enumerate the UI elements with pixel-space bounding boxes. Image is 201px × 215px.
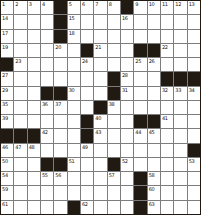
cell-r12c7[interactable]: [81, 158, 93, 171]
cell-r8c5[interactable]: 37: [54, 101, 66, 114]
cell-r4c5[interactable]: 20: [54, 44, 66, 57]
cell-r12c11[interactable]: [134, 158, 146, 171]
cell-r6c1[interactable]: 27: [1, 72, 13, 85]
cell-r4c2[interactable]: [14, 44, 26, 57]
black-cell-r6c9: [108, 72, 120, 85]
cell-r4c14[interactable]: [174, 44, 186, 57]
cell-r11c2[interactable]: 47: [14, 144, 26, 157]
cell-r13c8[interactable]: [94, 172, 106, 185]
cell-r5c14[interactable]: [174, 58, 186, 71]
cell-r1c4[interactable]: 4: [41, 1, 53, 14]
clue-number-11: 11: [162, 1, 168, 7]
clue-number-59: 59: [2, 186, 8, 192]
clue-number-60: 60: [149, 186, 155, 192]
clue-number-34: 34: [189, 87, 195, 93]
cell-r4c10[interactable]: [121, 44, 133, 57]
cell-r6c6[interactable]: [68, 72, 80, 85]
crossword-grid: 1234567891011121314151617181920212223242…: [0, 0, 201, 215]
clue-number-31: 31: [122, 87, 128, 93]
cell-r15c2[interactable]: [14, 201, 26, 214]
cell-r14c2[interactable]: [14, 186, 26, 199]
cell-r9c1[interactable]: 39: [1, 115, 13, 128]
cell-r3c13[interactable]: [161, 30, 173, 43]
cell-r2c3[interactable]: [28, 15, 40, 28]
cell-r3c1[interactable]: 17: [1, 30, 13, 43]
cell-r8c10[interactable]: [121, 101, 133, 114]
cell-r12c3[interactable]: [28, 158, 40, 171]
cell-r5c12[interactable]: 26: [148, 58, 160, 71]
clue-number-50: 50: [2, 158, 8, 164]
cell-r15c15[interactable]: [188, 201, 200, 214]
cell-r4c8[interactable]: 21: [94, 44, 106, 57]
cell-r7c1[interactable]: 29: [1, 87, 13, 100]
cell-r15c9[interactable]: [108, 201, 120, 214]
clue-number-41: 41: [162, 115, 168, 121]
cell-r13c3[interactable]: [28, 172, 40, 185]
cell-r9c14[interactable]: [174, 115, 186, 128]
cell-r1c13[interactable]: 11: [161, 1, 173, 14]
clue-number-20: 20: [55, 44, 61, 50]
cell-r15c3[interactable]: [28, 201, 40, 214]
cell-r3c14[interactable]: [174, 30, 186, 43]
cell-r15c1[interactable]: 61: [1, 201, 13, 214]
clue-number-46: 46: [2, 144, 8, 150]
cell-r11c3[interactable]: 48: [28, 144, 40, 157]
cell-r10c8[interactable]: 43: [94, 129, 106, 142]
cell-r1c7[interactable]: 6: [81, 1, 93, 14]
black-cell-r11c15: [188, 144, 200, 157]
black-cell-r4c7: [81, 44, 93, 57]
cell-r1c15[interactable]: 13: [188, 1, 200, 14]
cell-r1c12[interactable]: 10: [148, 1, 160, 14]
cell-r6c12[interactable]: [148, 72, 160, 85]
black-cell-r9c12: [148, 115, 160, 128]
black-cell-r10c1: [1, 129, 13, 142]
cell-r13c12[interactable]: 58: [148, 172, 160, 185]
cell-r14c4[interactable]: [41, 186, 53, 199]
clue-number-49: 49: [82, 144, 88, 150]
cell-r14c5[interactable]: [54, 186, 66, 199]
cell-r13c15[interactable]: [188, 172, 200, 185]
clue-number-45: 45: [149, 129, 155, 135]
cell-r2c7[interactable]: [81, 15, 93, 28]
cell-r5c6[interactable]: [68, 58, 80, 71]
cell-r4c13[interactable]: 22: [161, 44, 173, 57]
cell-r8c1[interactable]: 35: [1, 101, 13, 114]
clue-number-57: 57: [109, 172, 115, 178]
black-cell-r12c4: [41, 158, 53, 171]
cell-r7c12[interactable]: [148, 87, 160, 100]
cell-r5c4[interactable]: [41, 58, 53, 71]
cell-r5c8[interactable]: [94, 58, 106, 71]
cell-r5c11[interactable]: 25: [134, 58, 146, 71]
cell-r3c3[interactable]: [28, 30, 40, 43]
cell-r3c15[interactable]: [188, 30, 200, 43]
cell-r9c2[interactable]: [14, 115, 26, 128]
cell-r12c12[interactable]: [148, 158, 160, 171]
cell-r10c4[interactable]: 42: [41, 129, 53, 142]
clue-number-17: 17: [2, 30, 8, 36]
clue-number-47: 47: [15, 144, 21, 150]
cell-r2c8[interactable]: [94, 15, 106, 28]
cell-r5c7[interactable]: 24: [81, 58, 93, 71]
cell-r3c2[interactable]: [14, 30, 26, 43]
cell-r6c7[interactable]: [81, 72, 93, 85]
cell-r3c7[interactable]: [81, 30, 93, 43]
black-cell-r10c3: [28, 129, 40, 142]
cell-r12c1[interactable]: 50: [1, 158, 13, 171]
cell-r6c8[interactable]: [94, 72, 106, 85]
cell-r1c8[interactable]: 7: [94, 1, 106, 14]
clue-number-25: 25: [135, 58, 141, 64]
clue-number-29: 29: [2, 87, 8, 93]
cell-r10c14[interactable]: [174, 129, 186, 142]
clue-number-6: 6: [82, 1, 85, 7]
clue-number-16: 16: [122, 15, 128, 21]
cell-r11c10[interactable]: [121, 144, 133, 157]
cell-r9c6[interactable]: [68, 115, 80, 128]
cell-r10c10[interactable]: [121, 129, 133, 142]
cell-r15c12[interactable]: 63: [148, 201, 160, 214]
clue-number-26: 26: [149, 58, 155, 64]
cell-r10c5[interactable]: [54, 129, 66, 142]
clue-number-2: 2: [15, 1, 18, 7]
cell-r4c6[interactable]: [68, 44, 80, 57]
cell-r7c7[interactable]: [81, 87, 93, 100]
cell-r14c9[interactable]: [108, 186, 120, 199]
cell-r8c9[interactable]: 38: [108, 101, 120, 114]
black-cell-r12c9: [108, 158, 120, 171]
cell-r7c3[interactable]: [28, 87, 40, 100]
cell-r1c9[interactable]: 8: [108, 1, 120, 14]
cell-r8c7[interactable]: [81, 101, 93, 114]
black-cell-r9c11: [134, 115, 146, 128]
cell-r1c6[interactable]: 5: [68, 1, 80, 14]
cell-r3c12[interactable]: [148, 30, 160, 43]
cell-r8c13[interactable]: [161, 101, 173, 114]
cell-r1c1[interactable]: 1: [1, 1, 13, 14]
cell-r11c5[interactable]: [54, 144, 66, 157]
clue-number-12: 12: [175, 1, 181, 7]
cell-r5c5[interactable]: [54, 58, 66, 71]
cell-r8c4[interactable]: 36: [41, 101, 53, 114]
clue-number-48: 48: [29, 144, 35, 150]
cell-r2c10[interactable]: 16: [121, 15, 133, 28]
clue-number-3: 3: [29, 1, 32, 7]
clue-number-30: 30: [69, 87, 75, 93]
cell-r3c10[interactable]: [121, 30, 133, 43]
clue-number-53: 53: [189, 158, 195, 164]
clue-number-61: 61: [2, 201, 8, 207]
cell-r14c12[interactable]: 60: [148, 186, 160, 199]
cell-r14c1[interactable]: 59: [1, 186, 13, 199]
clue-number-23: 23: [15, 58, 21, 64]
cell-r10c15[interactable]: [188, 129, 200, 142]
black-cell-r7c9: [108, 87, 120, 100]
cell-r9c9[interactable]: [108, 115, 120, 128]
cell-r14c3[interactable]: [28, 186, 40, 199]
clue-number-10: 10: [149, 1, 155, 7]
cell-r9c10[interactable]: [121, 115, 133, 128]
cell-r14c15[interactable]: [188, 186, 200, 199]
cell-r14c7[interactable]: [81, 186, 93, 199]
clue-number-52: 52: [122, 158, 128, 164]
black-cell-r1c10: [121, 1, 133, 14]
cell-r13c2[interactable]: [14, 172, 26, 185]
cell-r11c4[interactable]: [41, 144, 53, 157]
clue-number-62: 62: [82, 201, 88, 207]
cell-r11c14[interactable]: [174, 144, 186, 157]
cell-r3c6[interactable]: 18: [68, 30, 80, 43]
cell-r4c9[interactable]: [108, 44, 120, 57]
cell-r9c8[interactable]: 40: [94, 115, 106, 128]
cell-r1c11[interactable]: 9: [134, 1, 146, 14]
cell-r12c10[interactable]: 52: [121, 158, 133, 171]
cell-r2c15[interactable]: [188, 15, 200, 28]
cell-r4c3[interactable]: [28, 44, 40, 57]
cell-r15c10[interactable]: [121, 201, 133, 214]
cell-r7c6[interactable]: 30: [68, 87, 80, 100]
clue-number-56: 56: [55, 172, 61, 178]
clue-number-35: 35: [2, 101, 8, 107]
cell-r14c13[interactable]: [161, 186, 173, 199]
cell-r5c15[interactable]: [188, 58, 200, 71]
clue-number-32: 32: [162, 87, 168, 93]
clue-number-58: 58: [149, 172, 155, 178]
cell-r4c15[interactable]: [188, 44, 200, 57]
clue-number-37: 37: [55, 101, 61, 107]
cell-r7c13[interactable]: 32: [161, 87, 173, 100]
cell-r14c14[interactable]: [174, 186, 186, 199]
cell-r11c1[interactable]: 46: [1, 144, 13, 157]
clue-number-19: 19: [2, 44, 8, 50]
cell-r13c4[interactable]: 55: [41, 172, 53, 185]
black-cell-r4c11: [134, 44, 146, 57]
cell-r9c5[interactable]: [54, 115, 66, 128]
cell-r8c3[interactable]: [28, 101, 40, 114]
black-cell-r6c13: [161, 72, 173, 85]
clue-number-4: 4: [42, 1, 45, 7]
black-cell-r9c7: [81, 115, 93, 128]
clue-number-43: 43: [95, 129, 101, 135]
black-cell-r6c14: [174, 72, 186, 85]
cell-r13c1[interactable]: 54: [1, 172, 13, 185]
cell-r8c12[interactable]: [148, 101, 160, 114]
cell-r4c4[interactable]: [41, 44, 53, 57]
black-cell-r3c5: [54, 30, 66, 43]
cell-r13c13[interactable]: [161, 172, 173, 185]
clue-number-51: 51: [69, 158, 75, 164]
clue-number-42: 42: [42, 129, 48, 135]
clue-number-39: 39: [2, 115, 8, 121]
clue-number-13: 13: [189, 1, 195, 7]
cell-r13c7[interactable]: [81, 172, 93, 185]
clue-number-7: 7: [95, 1, 98, 7]
clue-number-54: 54: [2, 172, 8, 178]
cell-r11c11[interactable]: [134, 144, 146, 157]
cell-r13c14[interactable]: [174, 172, 186, 185]
cell-r11c13[interactable]: [161, 144, 173, 157]
black-cell-r1c5: [54, 1, 66, 14]
black-cell-r10c2: [14, 129, 26, 142]
black-cell-r12c5: [54, 158, 66, 171]
cell-r12c14[interactable]: [174, 158, 186, 171]
cell-r14c6[interactable]: [68, 186, 80, 199]
black-cell-r6c15: [188, 72, 200, 85]
cell-r3c11[interactable]: [134, 30, 146, 43]
clue-number-33: 33: [175, 87, 181, 93]
cell-r2c9[interactable]: [108, 15, 120, 28]
clue-number-38: 38: [109, 101, 115, 107]
cell-r2c2[interactable]: [14, 15, 26, 28]
cell-r12c8[interactable]: [94, 158, 106, 171]
cell-r12c2[interactable]: [14, 158, 26, 171]
cell-r2c6[interactable]: 15: [68, 15, 80, 28]
cell-r2c1[interactable]: 14: [1, 15, 13, 28]
clue-number-28: 28: [122, 72, 128, 78]
black-cell-r5c1: [1, 58, 13, 71]
cell-r13c9[interactable]: 57: [108, 172, 120, 185]
cell-r12c6[interactable]: 51: [68, 158, 80, 171]
black-cell-r8c8: [94, 101, 106, 114]
cell-r13c10[interactable]: [121, 172, 133, 185]
cell-r6c4[interactable]: [41, 72, 53, 85]
cell-r11c8[interactable]: [94, 144, 106, 157]
cell-r8c14[interactable]: [174, 101, 186, 114]
black-cell-r15c6: [68, 201, 80, 214]
black-cell-r15c11: [134, 201, 146, 214]
cell-r15c4[interactable]: [41, 201, 53, 214]
cell-r1c14[interactable]: 12: [174, 1, 186, 14]
cell-r3c9[interactable]: [108, 30, 120, 43]
cell-r7c14[interactable]: 33: [174, 87, 186, 100]
cell-r15c13[interactable]: [161, 201, 173, 214]
cell-r15c7[interactable]: 62: [81, 201, 93, 214]
cell-r2c12[interactable]: [148, 15, 160, 28]
cell-r10c9[interactable]: [108, 129, 120, 142]
cell-r5c3[interactable]: [28, 58, 40, 71]
cell-r13c5[interactable]: 56: [54, 172, 66, 185]
clue-number-8: 8: [109, 1, 112, 7]
clue-number-5: 5: [69, 1, 72, 7]
clue-number-55: 55: [42, 172, 48, 178]
clue-number-18: 18: [69, 30, 75, 36]
cell-r8c2[interactable]: [14, 101, 26, 114]
cell-r1c2[interactable]: 2: [14, 1, 26, 14]
cell-r6c5[interactable]: [54, 72, 66, 85]
clue-number-44: 44: [135, 129, 141, 135]
black-cell-r4c12: [148, 44, 160, 57]
cell-r6c10[interactable]: 28: [121, 72, 133, 85]
cell-r1c3[interactable]: 3: [28, 1, 40, 14]
clue-number-15: 15: [69, 15, 75, 21]
cell-r13c6[interactable]: [68, 172, 80, 185]
cell-r15c14[interactable]: [174, 201, 186, 214]
cell-r11c9[interactable]: [108, 144, 120, 157]
cell-r12c15[interactable]: 53: [188, 158, 200, 171]
clue-number-63: 63: [149, 201, 155, 207]
cell-r6c11[interactable]: [134, 72, 146, 85]
cell-r11c12[interactable]: [148, 144, 160, 157]
cell-r10c12[interactable]: 45: [148, 129, 160, 142]
clue-number-21: 21: [95, 44, 101, 50]
cell-r2c4[interactable]: [41, 15, 53, 28]
cell-r5c9[interactable]: [108, 58, 120, 71]
black-cell-r7c5: [54, 87, 66, 100]
cell-r14c8[interactable]: [94, 186, 106, 199]
cell-r11c6[interactable]: [68, 144, 80, 157]
black-cell-r10c7: [81, 129, 93, 142]
cell-r10c13[interactable]: [161, 129, 173, 142]
clue-number-1: 1: [2, 1, 5, 7]
cell-r9c13[interactable]: 41: [161, 115, 173, 128]
cell-r14c10[interactable]: [121, 186, 133, 199]
black-cell-r2c5: [54, 15, 66, 28]
cell-r7c10[interactable]: 31: [121, 87, 133, 100]
black-cell-r14c11: [134, 186, 146, 199]
cell-r5c10[interactable]: [121, 58, 133, 71]
clue-number-27: 27: [2, 72, 8, 78]
cell-r5c13[interactable]: [161, 58, 173, 71]
cell-r9c3[interactable]: [28, 115, 40, 128]
clue-number-14: 14: [2, 15, 8, 21]
cell-r9c15[interactable]: [188, 115, 200, 128]
clue-number-22: 22: [162, 44, 168, 50]
cell-r3c4[interactable]: [41, 30, 53, 43]
cell-r3c8[interactable]: [94, 30, 106, 43]
clue-number-40: 40: [95, 115, 101, 121]
cell-r10c6[interactable]: [68, 129, 80, 142]
cell-r2c14[interactable]: [174, 15, 186, 28]
clue-number-24: 24: [82, 58, 88, 64]
cell-r4c1[interactable]: 19: [1, 44, 13, 57]
crossword-puzzle: 1234567891011121314151617181920212223242…: [0, 0, 201, 215]
cell-r9c4[interactable]: [41, 115, 53, 128]
cell-r2c13[interactable]: [161, 15, 173, 28]
cell-r8c6[interactable]: [68, 101, 80, 114]
cell-r6c2[interactable]: [14, 72, 26, 85]
black-cell-r7c4: [41, 87, 53, 100]
cell-r2c11[interactable]: [134, 15, 146, 28]
cell-r15c5[interactable]: [54, 201, 66, 214]
cell-r7c8[interactable]: [94, 87, 106, 100]
cell-r7c2[interactable]: [14, 87, 26, 100]
cell-r8c11[interactable]: [134, 101, 146, 114]
cell-r6c3[interactable]: [28, 72, 40, 85]
black-cell-r13c11: [134, 172, 146, 185]
clue-number-36: 36: [42, 101, 48, 107]
cell-r5c2[interactable]: 23: [14, 58, 26, 71]
cell-r7c15[interactable]: 34: [188, 87, 200, 100]
cell-r8c15[interactable]: [188, 101, 200, 114]
cell-r11c7[interactable]: 49: [81, 144, 93, 157]
cell-r12c13[interactable]: [161, 158, 173, 171]
cell-r15c8[interactable]: [94, 201, 106, 214]
cell-r7c11[interactable]: [134, 87, 146, 100]
clue-number-9: 9: [135, 1, 138, 7]
cell-r10c11[interactable]: 44: [134, 129, 146, 142]
